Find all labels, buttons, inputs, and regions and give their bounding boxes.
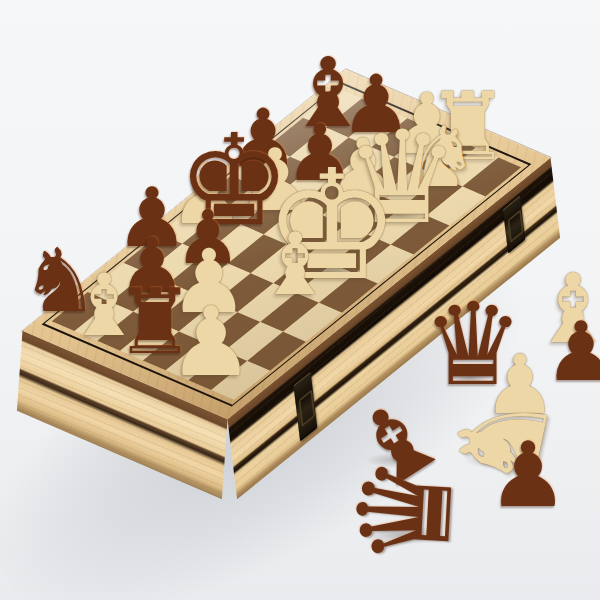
loose-dark-queen[interactable]: ♛ (339, 444, 474, 579)
pieces-layer: ♝♟♟♜♞♟♟♟♛♟♟♚♚♟♟♝♟♟♞♝♜♟♛♝♟♟♟♞♝♛ (0, 0, 600, 600)
light-pawn-g1[interactable]: ♟ (163, 294, 259, 390)
chess-set-photo: ♝♟♟♜♞♟♟♟♛♟♟♚♚♟♟♝♟♟♞♝♜♟♛♝♟♟♟♞♝♛ (0, 0, 600, 600)
light-bishop-g3[interactable]: ♝ (252, 221, 338, 307)
loose-dark-pawn[interactable]: ♟ (483, 430, 573, 520)
